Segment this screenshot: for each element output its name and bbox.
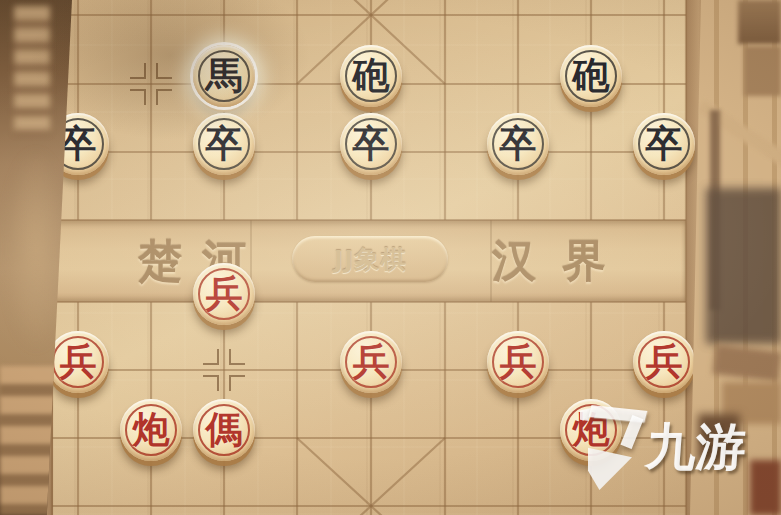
point-marker bbox=[201, 347, 247, 393]
piece-black-砲[interactable]: 砲 bbox=[560, 45, 622, 107]
piece-character: 砲 bbox=[560, 45, 622, 107]
piece-red-兵[interactable]: 兵 bbox=[340, 331, 402, 393]
piece-character: 兵 bbox=[633, 331, 695, 393]
piece-character: 卒 bbox=[193, 113, 255, 175]
piece-character: 馬 bbox=[193, 45, 255, 107]
piece-character: 兵 bbox=[487, 331, 549, 393]
piece-red-炮[interactable]: 炮 bbox=[560, 399, 622, 461]
piece-character: 傌 bbox=[193, 399, 255, 461]
background-wood-box bbox=[744, 46, 781, 96]
background-wood-block bbox=[698, 414, 740, 462]
piece-character: 炮 bbox=[560, 399, 622, 461]
piece-character: 砲 bbox=[340, 45, 402, 107]
background-ladder bbox=[14, 6, 50, 134]
background-red-stool bbox=[750, 460, 781, 515]
piece-red-兵[interactable]: 兵 bbox=[633, 331, 695, 393]
piece-black-卒[interactable]: 卒 bbox=[487, 113, 549, 175]
piece-character: 兵 bbox=[193, 263, 255, 325]
xiangqi-game-screen: 楚河 汉界 JJ象棋 馬砲砲卒卒卒卒卒兵兵兵兵兵炮傌炮 bbox=[0, 0, 781, 515]
piece-black-馬[interactable]: 馬 bbox=[193, 45, 255, 107]
piece-black-卒[interactable]: 卒 bbox=[340, 113, 402, 175]
piece-red-兵[interactable]: 兵 bbox=[47, 331, 109, 393]
piece-character: 卒 bbox=[487, 113, 549, 175]
background-wood-block bbox=[712, 344, 781, 382]
piece-character: 卒 bbox=[633, 113, 695, 175]
piece-red-兵[interactable]: 兵 bbox=[487, 331, 549, 393]
piece-character: 兵 bbox=[340, 331, 402, 393]
background-wood-box bbox=[738, 0, 781, 44]
piece-red-兵[interactable]: 兵 bbox=[193, 263, 255, 325]
piece-black-砲[interactable]: 砲 bbox=[340, 45, 402, 107]
piece-character: 炮 bbox=[120, 399, 182, 461]
background-shadow-area bbox=[706, 188, 781, 344]
piece-character: 卒 bbox=[340, 113, 402, 175]
background-right-table bbox=[690, 0, 781, 515]
piece-red-炮[interactable]: 炮 bbox=[120, 399, 182, 461]
piece-red-傌[interactable]: 傌 bbox=[193, 399, 255, 461]
piece-character: 兵 bbox=[47, 331, 109, 393]
piece-black-卒[interactable]: 卒 bbox=[633, 113, 695, 175]
piece-black-卒[interactable]: 卒 bbox=[193, 113, 255, 175]
point-marker bbox=[128, 61, 174, 107]
background-chair bbox=[0, 366, 56, 515]
